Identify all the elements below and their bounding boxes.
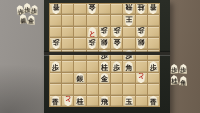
cell-9b[interactable] [50, 15, 61, 25]
cell-8g[interactable] [62, 73, 73, 83]
cell-8d[interactable] [62, 38, 73, 48]
board-grid: 香金飛桂香王と歩歩歩歩歩銀金銀歩歩歩桂歩角歩銀金と香と桂飛玉香 [49, 3, 160, 107]
piece-kanji: 飛 [101, 99, 108, 106]
cell-7g[interactable]: 銀 [74, 73, 85, 83]
cell-1f[interactable]: 歩 [148, 61, 159, 71]
cell-2h[interactable] [136, 84, 147, 94]
piece-kanji: 歩 [150, 64, 157, 71]
cell-8a[interactable] [62, 4, 73, 14]
cell-7h[interactable] [74, 84, 85, 94]
cell-9h[interactable] [50, 84, 61, 94]
piece-sente-pawn[interactable]: 歩 [179, 64, 188, 74]
piece-kanji: 銀 [20, 17, 27, 24]
cell-5h[interactable] [99, 84, 110, 94]
cell-1a[interactable]: 香 [148, 4, 159, 14]
piece-gote-gold[interactable]: 金 [112, 38, 122, 49]
cell-4f[interactable]: 歩 [111, 61, 122, 71]
piece-kanji: 桂 [101, 64, 108, 71]
piece-kanji: 歩 [24, 6, 30, 12]
piece-sente-silver[interactable]: 銀 [75, 73, 85, 84]
piece-sente-tokin[interactable]: と [87, 27, 97, 38]
piece-gote-tokin[interactable]: と [63, 96, 73, 107]
cell-4h[interactable] [111, 84, 122, 94]
piece-kanji: 金 [28, 18, 35, 25]
piece-kanji: 歩 [52, 64, 59, 71]
piece-gote-pawn[interactable]: 歩 [51, 38, 61, 49]
piece-kanji: 歩 [113, 27, 120, 34]
cell-8b[interactable] [62, 15, 73, 25]
piece-kanji: 香 [150, 99, 157, 106]
piece-kanji: 桂 [171, 78, 178, 85]
cell-8i[interactable]: と [62, 96, 73, 106]
piece-sente-pawn[interactable]: 歩 [148, 61, 158, 72]
cell-5g[interactable]: 金 [99, 73, 110, 83]
piece-sente-pawn[interactable]: 歩 [112, 61, 122, 72]
cell-6d[interactable]: 歩 [87, 38, 98, 48]
cell-9i[interactable]: 香 [50, 96, 61, 106]
piece-kanji: と [64, 96, 71, 103]
piece-gote-pawn[interactable]: 歩 [99, 27, 109, 38]
cell-3c[interactable] [123, 27, 134, 37]
cell-8f[interactable] [62, 61, 73, 71]
piece-gote-rook[interactable]: 飛 [124, 4, 134, 15]
piece-gote-silver[interactable]: 銀 [99, 38, 109, 49]
piece-sente-pawn[interactable]: 歩 [51, 61, 61, 72]
cell-2b[interactable] [136, 15, 147, 25]
piece-kanji: 銀 [101, 39, 108, 46]
cell-3h[interactable] [123, 84, 134, 94]
piece-kanji: 歩 [101, 27, 108, 34]
piece-gote-silver[interactable]: 銀 [18, 13, 28, 24]
piece-kanji: 歩 [171, 67, 177, 73]
piece-sente-gold[interactable]: 金 [99, 73, 109, 84]
piece-kanji: 桂 [77, 99, 84, 106]
piece-kanji: 金 [89, 4, 96, 11]
cell-5d[interactable]: 銀 [99, 38, 110, 48]
cell-3g[interactable] [123, 73, 134, 83]
piece-gote-king[interactable]: 王 [124, 15, 134, 26]
cell-7i[interactable]: 桂 [74, 96, 85, 106]
piece-sente-knight[interactable]: 桂 [170, 75, 179, 85]
piece-sente-bishop[interactable]: 角 [124, 61, 134, 72]
cell-9a[interactable]: 香 [50, 4, 61, 14]
cell-3d[interactable] [123, 38, 134, 48]
piece-gote-knight[interactable]: 桂 [136, 4, 146, 15]
piece-kanji: 歩 [180, 67, 186, 73]
piece-kanji: 角 [180, 79, 186, 85]
cell-8c[interactable] [62, 27, 73, 37]
piece-kanji: 王 [125, 16, 132, 23]
piece-kanji: 歩 [89, 39, 96, 46]
cell-4d[interactable]: 金 [111, 38, 122, 48]
cell-5a[interactable] [99, 4, 110, 14]
piece-kanji: 香 [52, 99, 59, 106]
piece-kanji: 銀 [77, 76, 84, 83]
cell-2f[interactable] [136, 61, 147, 71]
cell-6b[interactable] [87, 15, 98, 25]
cell-6h[interactable] [87, 84, 98, 94]
piece-kanji: 香 [150, 4, 157, 11]
tabletop-photo: 香金飛桂香王と歩歩歩歩歩銀金銀歩歩歩桂歩角歩銀金と香と桂飛玉香 歩歩歩銀金 歩歩… [0, 0, 200, 113]
cell-6g[interactable] [87, 73, 98, 83]
cell-3i[interactable]: 玉 [123, 96, 134, 106]
cell-2d[interactable]: 銀 [136, 38, 147, 48]
cell-1d[interactable] [148, 38, 159, 48]
piece-gote-pawn[interactable]: 歩 [112, 27, 122, 38]
cell-6f[interactable] [87, 61, 98, 71]
piece-kanji: 飛 [125, 4, 132, 11]
piece-sente-rook[interactable]: 飛 [99, 96, 109, 107]
cell-9f[interactable]: 歩 [50, 61, 61, 71]
piece-gote-lance[interactable]: 香 [148, 4, 158, 15]
cell-6i[interactable] [87, 96, 98, 106]
cell-5f[interactable]: 桂 [99, 61, 110, 71]
cell-9c[interactable] [50, 27, 61, 37]
piece-gote-pawn[interactable]: 歩 [136, 27, 146, 38]
cell-6a[interactable]: 金 [87, 4, 98, 14]
piece-sente-king[interactable]: 玉 [124, 96, 134, 107]
cell-2a[interactable]: 桂 [136, 4, 147, 14]
piece-kanji: 金 [113, 39, 120, 46]
piece-gote-silver[interactable]: 銀 [136, 38, 146, 49]
cell-3b[interactable]: 王 [123, 15, 134, 25]
cell-3f[interactable]: 角 [123, 61, 134, 71]
piece-gote-gold[interactable]: 金 [87, 4, 97, 15]
gote-captured-pieces-tray: 歩歩歩銀金 [13, 1, 41, 27]
piece-kanji: 歩 [17, 7, 24, 14]
cell-6c[interactable]: と [87, 27, 98, 37]
cell-7d[interactable] [74, 38, 85, 48]
piece-kanji: 歩 [113, 64, 120, 71]
piece-kanji: 金 [101, 76, 108, 83]
piece-kanji: 香 [52, 4, 59, 11]
piece-sente-lance[interactable]: 香 [51, 96, 61, 107]
cell-4c[interactable]: 歩 [111, 27, 122, 37]
cell-1c[interactable] [148, 27, 159, 37]
cell-5c[interactable]: 歩 [99, 27, 110, 37]
piece-gote-pawn[interactable]: 歩 [87, 38, 97, 49]
piece-sente-lance[interactable]: 香 [148, 96, 158, 107]
piece-sente-knight[interactable]: 桂 [99, 61, 109, 72]
piece-kanji: 歩 [31, 8, 38, 15]
piece-gote-tokin[interactable]: と [136, 73, 146, 84]
board-fold-hinge [44, 52, 170, 55]
cell-3a[interactable]: 飛 [123, 4, 134, 14]
cell-7b[interactable] [74, 15, 85, 25]
cell-1g[interactable] [148, 73, 159, 83]
cell-7f[interactable] [74, 61, 85, 71]
cell-2g[interactable]: と [136, 73, 147, 83]
piece-kanji: と [138, 73, 145, 80]
piece-kanji: 歩 [138, 27, 145, 34]
piece-kanji: 銀 [138, 39, 145, 46]
piece-sente-knight[interactable]: 桂 [75, 96, 85, 107]
piece-gote-gold[interactable]: 金 [27, 15, 36, 25]
shogi-board: 香金飛桂香王と歩歩歩歩歩銀金銀歩歩歩桂歩角歩銀金と香と桂飛玉香 [44, 0, 170, 113]
cell-9d[interactable]: 歩 [50, 38, 61, 48]
cell-1h[interactable] [148, 84, 159, 94]
cell-5b[interactable] [99, 15, 110, 25]
piece-gote-lance[interactable]: 香 [51, 4, 61, 15]
cell-7c[interactable] [74, 27, 85, 37]
cell-4a[interactable] [111, 4, 122, 14]
cell-4b[interactable] [111, 15, 122, 25]
cell-9g[interactable] [50, 73, 61, 83]
piece-sente-bishop[interactable]: 角 [179, 76, 188, 86]
piece-kanji: 角 [125, 64, 132, 71]
cell-4g[interactable] [111, 73, 122, 83]
piece-kanji: 玉 [125, 99, 132, 106]
piece-sente-pawn[interactable]: 歩 [170, 64, 179, 74]
cell-7a[interactable] [74, 4, 85, 14]
sente-captured-pieces-tray: 歩歩桂角 [168, 62, 194, 90]
cell-5i[interactable]: 飛 [99, 96, 110, 106]
piece-kanji: 歩 [52, 39, 59, 46]
piece-kanji: と [89, 30, 96, 37]
cell-8h[interactable] [62, 84, 73, 94]
cell-4i[interactable] [111, 96, 122, 106]
piece-kanji: 桂 [138, 4, 145, 11]
cell-2c[interactable]: 歩 [136, 27, 147, 37]
cell-2i[interactable] [136, 96, 147, 106]
cell-1i[interactable]: 香 [148, 96, 159, 106]
cell-1b[interactable] [148, 15, 159, 25]
